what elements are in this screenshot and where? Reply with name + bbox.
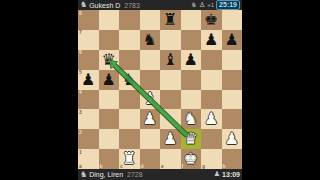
knight-badge-icon: ♞ [80, 1, 87, 9]
white-player-name: Ding, Liren [89, 171, 123, 178]
square-g7[interactable]: ♟ [201, 30, 222, 50]
rank-label-4: 4 [79, 90, 82, 95]
rank-label-8: 8 [79, 11, 82, 16]
square-f7[interactable] [181, 30, 202, 50]
white-player-bar[interactable]: ♞ Ding, Liren 2728 ♟ 13:09 [78, 169, 242, 180]
black-rook: ♜ [163, 12, 177, 28]
square-h1[interactable]: h [222, 149, 243, 169]
material-knight-icon: ♞ [191, 2, 197, 9]
square-e3[interactable] [160, 109, 181, 129]
square-h7[interactable]: ♟ [222, 30, 243, 50]
square-b3[interactable] [99, 109, 120, 129]
material-count-label: +1 [207, 2, 214, 8]
white-pawn: ♟ [143, 111, 157, 127]
square-c6[interactable] [119, 50, 140, 70]
square-f6[interactable]: ♟ [181, 50, 202, 70]
file-label-a: a [79, 164, 82, 169]
square-c3[interactable] [119, 109, 140, 129]
black-knight: ♞ [143, 32, 157, 48]
rank-label-2: 2 [79, 130, 82, 135]
white-clock[interactable]: 13:09 [222, 171, 240, 178]
square-b8[interactable] [99, 10, 120, 30]
square-d2[interactable] [140, 129, 161, 149]
square-h5[interactable] [222, 70, 243, 90]
square-a8[interactable]: 8 [78, 10, 99, 30]
square-g1[interactable]: g [201, 149, 222, 169]
square-a4[interactable]: 4 [78, 90, 99, 110]
game-panel: ♞ Gukesh D 2783 ♞ ♙ +1 25:19 8♜♚7♞♟♟6♛♝♟… [78, 0, 242, 180]
square-b4[interactable] [99, 90, 120, 110]
square-a5[interactable]: 5♟ [78, 70, 99, 90]
square-g3[interactable]: ♟ [201, 109, 222, 129]
black-bishop: ♝ [163, 52, 177, 68]
black-player-bar[interactable]: ♞ Gukesh D 2783 ♞ ♙ +1 25:19 [78, 0, 242, 10]
square-b1[interactable]: b [99, 149, 120, 169]
black-pawn: ♟ [204, 32, 218, 48]
square-a3[interactable]: 3 [78, 109, 99, 129]
square-g2[interactable] [201, 129, 222, 149]
white-knight: ♞ [184, 111, 198, 127]
square-a2[interactable]: 2 [78, 129, 99, 149]
square-b2[interactable] [99, 129, 120, 149]
square-b7[interactable] [99, 30, 120, 50]
square-g5[interactable] [201, 70, 222, 90]
square-e7[interactable] [160, 30, 181, 50]
square-f5[interactable] [181, 70, 202, 90]
knight-badge-icon: ♞ [80, 171, 87, 179]
square-e6[interactable]: ♝ [160, 50, 181, 70]
black-clock[interactable]: 25:19 [216, 0, 240, 10]
square-f3[interactable]: ♞ [181, 109, 202, 129]
white-pawn: ♟ [163, 131, 177, 147]
square-d3[interactable]: ♟ [140, 109, 161, 129]
square-e8[interactable]: ♜ [160, 10, 181, 30]
white-rook: ♜ [122, 151, 136, 167]
square-a7[interactable]: 7 [78, 30, 99, 50]
white-bishop: ♝ [143, 91, 157, 107]
black-pawn: ♟ [225, 32, 239, 48]
square-h3[interactable] [222, 109, 243, 129]
black-king: ♚ [204, 12, 218, 28]
material-pawn-icon: ♙ [199, 2, 205, 9]
square-b5[interactable]: ♟ [99, 70, 120, 90]
square-e5[interactable] [160, 70, 181, 90]
square-h6[interactable] [222, 50, 243, 70]
square-f1[interactable]: f♚ [181, 149, 202, 169]
square-e1[interactable]: e [160, 149, 181, 169]
square-c7[interactable] [119, 30, 140, 50]
white-player-rating: 2728 [127, 171, 143, 178]
black-pawn: ♟ [184, 52, 198, 68]
square-g6[interactable] [201, 50, 222, 70]
rank-label-1: 1 [79, 150, 82, 155]
square-c4[interactable] [119, 90, 140, 110]
rank-label-7: 7 [79, 30, 82, 35]
square-d1[interactable]: d [140, 149, 161, 169]
square-f4[interactable] [181, 90, 202, 110]
square-d8[interactable] [140, 10, 161, 30]
square-a1[interactable]: 1a [78, 149, 99, 169]
file-label-c: c [120, 164, 123, 169]
square-d6[interactable] [140, 50, 161, 70]
white-pawn: ♟ [225, 131, 239, 147]
square-c5[interactable]: ♞ [119, 70, 140, 90]
rank-label-6: 6 [79, 50, 82, 55]
white-pawn: ♟ [204, 111, 218, 127]
pawn-clock-icon: ♟ [214, 171, 220, 178]
square-e2[interactable]: ♟ [160, 129, 181, 149]
rank-label-3: 3 [79, 110, 82, 115]
square-h2[interactable]: ♟ [222, 129, 243, 149]
app-window: ♞ Gukesh D 2783 ♞ ♙ +1 25:19 8♜♚7♞♟♟6♛♝♟… [0, 0, 320, 180]
square-c8[interactable] [119, 10, 140, 30]
black-pawn: ♟ [81, 72, 95, 88]
black-queen: ♛ [102, 52, 116, 68]
square-b6[interactable]: ♛ [99, 50, 120, 70]
chess-board[interactable]: 8♜♚7♞♟♟6♛♝♟5♟♟♞4♝3♟♞♟2♟♛♟1abc♜def♚gh [78, 10, 242, 169]
white-king: ♚ [184, 151, 198, 167]
square-d7[interactable]: ♞ [140, 30, 161, 50]
file-label-b: b [100, 164, 103, 169]
square-c1[interactable]: c♜ [119, 149, 140, 169]
file-label-f: f [182, 164, 184, 169]
square-h8[interactable] [222, 10, 243, 30]
square-d4[interactable]: ♝ [140, 90, 161, 110]
white-queen: ♛ [184, 131, 198, 147]
black-player-name: Gukesh D [89, 2, 120, 9]
square-d5[interactable] [140, 70, 161, 90]
square-c2[interactable] [119, 129, 140, 149]
square-f8[interactable] [181, 10, 202, 30]
square-g4[interactable] [201, 90, 222, 110]
square-e4[interactable] [160, 90, 181, 110]
rank-label-5: 5 [79, 70, 82, 75]
square-h4[interactable] [222, 90, 243, 110]
square-f2[interactable]: ♛ [181, 129, 202, 149]
black-player-rating: 2783 [124, 2, 140, 9]
file-label-e: e [161, 164, 164, 169]
square-g8[interactable]: ♚ [201, 10, 222, 30]
file-label-g: g [202, 164, 205, 169]
square-a6[interactable]: 6 [78, 50, 99, 70]
file-label-h: h [223, 164, 226, 169]
file-label-d: d [141, 164, 144, 169]
black-knight: ♞ [122, 72, 136, 88]
black-pawn: ♟ [102, 72, 116, 88]
